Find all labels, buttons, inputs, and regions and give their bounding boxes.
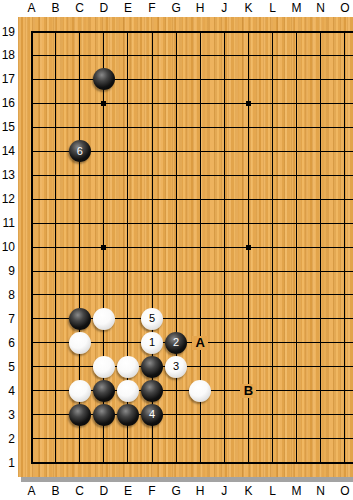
move-number: 4 bbox=[149, 409, 155, 420]
grid-line-horizontal bbox=[31, 294, 353, 295]
grid-line-horizontal bbox=[31, 175, 353, 176]
column-label-top: K bbox=[239, 1, 257, 15]
white-stone-d7 bbox=[93, 308, 115, 330]
row-label: 8 bbox=[0, 288, 15, 302]
black-stone-g6: 2 bbox=[165, 332, 187, 354]
row-label: 5 bbox=[0, 360, 15, 374]
grid-line-horizontal bbox=[31, 103, 353, 104]
column-label-bottom: C bbox=[71, 484, 89, 498]
black-stone-d4 bbox=[93, 380, 115, 402]
move-number: 1 bbox=[149, 337, 155, 348]
row-label: 10 bbox=[0, 240, 15, 254]
column-label-top: J bbox=[215, 1, 233, 15]
grid-line-horizontal bbox=[31, 438, 353, 439]
white-stone-h4 bbox=[189, 380, 211, 402]
grid-line-horizontal bbox=[31, 199, 353, 200]
column-label-top: F bbox=[143, 1, 161, 15]
black-stone-c3 bbox=[69, 404, 91, 426]
star-point bbox=[246, 245, 251, 250]
white-stone-g5: 3 bbox=[165, 356, 187, 378]
black-stone-d3 bbox=[93, 404, 115, 426]
grid-line-horizontal bbox=[31, 79, 353, 80]
grid-line-horizontal bbox=[31, 366, 353, 367]
white-stone-f6: 1 bbox=[141, 332, 163, 354]
white-stone-e4 bbox=[117, 380, 139, 402]
row-label: 14 bbox=[0, 144, 15, 158]
row-label: 16 bbox=[0, 96, 15, 110]
grid-line-horizontal bbox=[31, 55, 353, 56]
black-stone-f3: 4 bbox=[141, 404, 163, 426]
white-stone-c4 bbox=[69, 380, 91, 402]
row-label: 7 bbox=[0, 312, 15, 326]
column-label-bottom: E bbox=[119, 484, 137, 498]
column-label-top: N bbox=[312, 1, 330, 15]
black-stone-f4 bbox=[141, 380, 163, 402]
column-label-top: G bbox=[167, 1, 185, 15]
row-label: 15 bbox=[0, 120, 15, 134]
row-label: 1 bbox=[0, 456, 15, 470]
column-label-top: B bbox=[47, 1, 65, 15]
column-label-bottom: F bbox=[143, 484, 161, 498]
row-label: 13 bbox=[0, 168, 15, 182]
column-label-bottom: G bbox=[167, 484, 185, 498]
column-label-bottom: M bbox=[288, 484, 306, 498]
grid-line-horizontal bbox=[31, 127, 353, 128]
column-label-top: E bbox=[119, 1, 137, 15]
column-label-top: O bbox=[336, 1, 353, 15]
white-stone-d5 bbox=[93, 356, 115, 378]
column-label-top: D bbox=[95, 1, 113, 15]
column-label-bottom: O bbox=[336, 484, 353, 498]
move-number: 5 bbox=[149, 313, 155, 324]
column-label-top: L bbox=[264, 1, 282, 15]
white-stone-e5 bbox=[117, 356, 139, 378]
grid-line-horizontal bbox=[31, 247, 353, 248]
column-label-top: A bbox=[23, 1, 41, 15]
column-label-bottom: D bbox=[95, 484, 113, 498]
black-stone-f5 bbox=[141, 356, 163, 378]
row-label: 3 bbox=[0, 408, 15, 422]
white-stone-c6 bbox=[69, 332, 91, 354]
move-number: 2 bbox=[173, 337, 179, 348]
column-label-bottom: J bbox=[215, 484, 233, 498]
go-board-diagram: AABBCCDDEEFFGGHHJJKKLLMMNNOO191817161514… bbox=[0, 0, 353, 500]
row-label: 6 bbox=[0, 336, 15, 350]
star-point bbox=[246, 101, 251, 106]
point-label-b: B bbox=[240, 384, 256, 398]
column-label-bottom: A bbox=[23, 484, 41, 498]
point-label-a: A bbox=[192, 336, 208, 350]
row-label: 4 bbox=[0, 384, 15, 398]
white-stone-f7: 5 bbox=[141, 308, 163, 330]
grid-line-horizontal bbox=[31, 31, 353, 33]
board-shadow bbox=[21, 477, 353, 482]
star-point bbox=[101, 101, 106, 106]
row-label: 17 bbox=[0, 72, 15, 86]
row-label: 19 bbox=[0, 25, 15, 39]
column-label-bottom: H bbox=[191, 484, 209, 498]
column-label-bottom: B bbox=[47, 484, 65, 498]
column-label-bottom: L bbox=[264, 484, 282, 498]
grid-line-horizontal bbox=[31, 223, 353, 224]
move-number: 6 bbox=[77, 146, 83, 157]
row-label: 9 bbox=[0, 264, 15, 278]
move-number: 3 bbox=[173, 361, 179, 372]
column-label-bottom: K bbox=[239, 484, 257, 498]
column-label-bottom: N bbox=[312, 484, 330, 498]
grid-line-horizontal bbox=[31, 462, 353, 464]
black-stone-e3 bbox=[117, 404, 139, 426]
column-label-top: M bbox=[288, 1, 306, 15]
column-label-top: C bbox=[71, 1, 89, 15]
column-label-top: H bbox=[191, 1, 209, 15]
grid-line-horizontal bbox=[31, 271, 353, 272]
star-point bbox=[101, 245, 106, 250]
black-stone-c14: 6 bbox=[69, 140, 91, 162]
row-label: 11 bbox=[0, 216, 15, 230]
row-label: 12 bbox=[0, 192, 15, 206]
row-label: 18 bbox=[0, 48, 15, 62]
row-label: 2 bbox=[0, 432, 15, 446]
black-stone-c7 bbox=[69, 308, 91, 330]
